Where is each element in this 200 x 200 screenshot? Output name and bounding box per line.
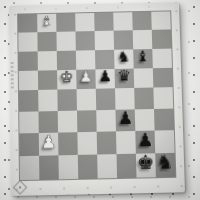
square-a7	[18, 32, 37, 51]
square-d5: ♟	[76, 69, 96, 90]
square-d3	[77, 110, 97, 132]
piece-black-knight-h1: ♞	[156, 153, 174, 173]
square-a3	[19, 111, 39, 133]
square-g1: ♚	[136, 153, 156, 177]
square-g4	[134, 88, 154, 109]
piece-black-king-g1: ♚	[137, 153, 155, 173]
piece-black-queen-f5: ♛	[117, 69, 131, 85]
photo-scene: ♝♞♝♚♟♟♛♟♟♟♚♞	[0, 0, 200, 200]
square-g6: ♝	[133, 48, 153, 68]
square-g7	[133, 30, 153, 49]
square-e8	[94, 13, 113, 31]
piece-black-pawn-g2: ♟	[137, 131, 154, 150]
piece-black-knight-f6: ♞	[117, 49, 130, 64]
square-f1	[117, 154, 137, 178]
square-h4	[153, 88, 173, 109]
square-d1	[78, 155, 98, 179]
square-d4	[77, 89, 97, 110]
square-f5: ♛	[115, 68, 135, 89]
square-h8	[151, 11, 171, 29]
square-h2	[155, 130, 175, 153]
square-a5	[19, 70, 38, 91]
margin-marking	[11, 62, 14, 91]
square-b6	[38, 50, 57, 70]
square-h7	[152, 29, 172, 48]
square-b8: ♝	[37, 14, 56, 32]
piece-white-pawn-b2: ♟	[40, 133, 57, 152]
square-g2: ♟	[135, 131, 155, 154]
square-h1: ♞	[155, 153, 175, 177]
square-e7	[95, 31, 114, 50]
square-b7	[37, 32, 56, 51]
square-a1	[20, 156, 40, 180]
square-c8	[56, 13, 75, 31]
square-f7	[114, 30, 134, 49]
square-e2	[97, 131, 117, 154]
piece-black-pawn-e5: ♟	[98, 69, 112, 85]
square-a4	[19, 90, 38, 111]
square-c7	[56, 31, 75, 50]
square-h6	[152, 48, 172, 68]
square-h5	[153, 67, 173, 88]
square-a6	[19, 51, 38, 71]
square-b1	[39, 155, 59, 179]
piece-black-bishop-g6: ♝	[136, 49, 149, 64]
square-c2	[58, 132, 78, 155]
square-b4	[38, 90, 58, 111]
square-f2	[116, 131, 136, 154]
square-e3	[96, 110, 116, 132]
chess-mat: ♝♞♝♚♟♟♛♟♟♟♚♞	[9, 2, 185, 196]
square-e5: ♟	[95, 69, 115, 90]
square-c4	[57, 90, 77, 111]
piece-black-pawn-f3: ♟	[117, 109, 133, 127]
compass-emblem-icon	[13, 180, 27, 195]
square-d7	[76, 31, 95, 50]
square-c1	[58, 155, 78, 179]
square-a8	[18, 14, 37, 32]
square-b2: ♟	[39, 133, 59, 156]
piece-white-pawn-d5: ♟	[79, 69, 93, 85]
square-a2	[19, 133, 39, 156]
square-e4	[96, 89, 116, 110]
piece-white-bishop-b8: ♝	[41, 15, 52, 28]
square-d2	[77, 132, 97, 155]
square-g5	[134, 68, 154, 89]
square-g8	[132, 12, 152, 30]
square-e1	[97, 154, 117, 178]
square-c3	[58, 110, 78, 132]
square-h3	[154, 108, 174, 130]
square-d8	[75, 13, 94, 31]
chess-board: ♝♞♝♚♟♟♛♟♟♟♚♞	[17, 10, 176, 181]
square-f3: ♟	[115, 109, 135, 131]
square-f8	[113, 12, 132, 30]
square-c5: ♚	[57, 69, 77, 90]
square-b5	[38, 70, 57, 91]
piece-white-king-c5: ♚	[60, 70, 74, 86]
